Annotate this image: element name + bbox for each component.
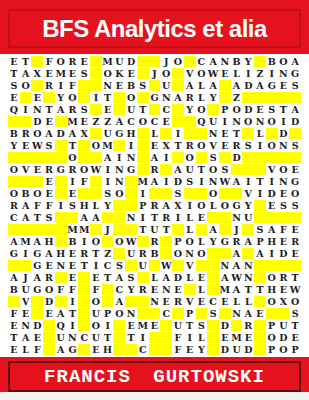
letter-cell: R (43, 80, 55, 91)
letter-cell: U (90, 332, 102, 343)
letter-cell: O (196, 68, 208, 79)
letter-cell: A (231, 284, 243, 295)
letter-cell: O (31, 188, 43, 199)
letter-cell: T (67, 140, 79, 151)
letter-cell: U (231, 344, 243, 355)
letter-cell: L (149, 128, 161, 139)
letter-cell: L (184, 212, 196, 223)
letter-cell: U (172, 320, 184, 331)
letter-cell: O (242, 116, 254, 127)
blocked-cell (219, 92, 231, 103)
blocked-cell (149, 332, 161, 343)
letter-cell: M (55, 68, 67, 79)
letter-cell: F (43, 200, 55, 211)
letter-cell: U (278, 320, 290, 331)
letter-cell: R (137, 284, 149, 295)
blocked-cell (55, 176, 67, 187)
letter-cell: I (160, 152, 172, 163)
letter-cell: E (125, 68, 137, 79)
letter-cell: E (254, 104, 266, 115)
blocked-cell (137, 92, 149, 103)
letter-cell: A (207, 224, 219, 235)
letter-cell: I (219, 116, 231, 127)
letter-cell: A (172, 92, 184, 103)
letter-cell: V (207, 140, 219, 151)
blocked-cell (196, 224, 208, 235)
letter-cell: A (20, 68, 32, 79)
letter-cell: D (278, 128, 290, 139)
letter-cell: L (196, 80, 208, 91)
letter-cell: O (90, 236, 102, 247)
blocked-cell (55, 152, 67, 163)
letter-cell: B (149, 248, 161, 259)
letter-cell: G (149, 92, 161, 103)
letter-cell: N (20, 320, 32, 331)
letter-cell: Q (196, 116, 208, 127)
letter-cell: T (160, 224, 172, 235)
blocked-cell (113, 332, 125, 343)
letter-cell: N (278, 140, 290, 151)
blocked-cell (278, 212, 290, 223)
letter-cell: O (43, 284, 55, 295)
letter-cell: I (172, 212, 184, 223)
letter-cell: O (266, 296, 278, 307)
letter-cell: L (196, 332, 208, 343)
letter-cell: O (113, 236, 125, 247)
letter-cell: F (278, 224, 290, 235)
letter-cell: O (266, 332, 278, 343)
blocked-cell (149, 80, 161, 91)
blocked-cell (149, 56, 161, 67)
letter-cell: E (219, 68, 231, 79)
letter-cell: T (43, 104, 55, 115)
letter-cell: A (149, 176, 161, 187)
letter-cell: A (20, 212, 32, 223)
blocked-cell (278, 92, 290, 103)
letter-cell: O (196, 104, 208, 115)
letter-cell: T (242, 284, 254, 295)
letter-cell: C (113, 284, 125, 295)
letter-cell: A (172, 164, 184, 175)
letter-cell: O (278, 344, 290, 355)
letter-cell: O (184, 152, 196, 163)
letter-cell: S (266, 104, 278, 115)
blocked-cell (8, 224, 20, 235)
blocked-cell (8, 152, 20, 163)
letter-cell: F (78, 176, 90, 187)
blocked-cell (113, 104, 125, 115)
letter-cell: V (184, 296, 196, 307)
letter-cell: T (231, 128, 243, 139)
letter-cell: I (20, 248, 32, 259)
letter-cell: N (242, 272, 254, 283)
letter-cell: M (137, 176, 149, 187)
letter-cell: O (172, 56, 184, 67)
letter-cell: L (207, 200, 219, 211)
blocked-cell (125, 188, 137, 199)
blocked-cell (55, 236, 67, 247)
letter-cell: Y (207, 236, 219, 247)
letter-cell: L (196, 284, 208, 295)
letter-cell: R (149, 236, 161, 247)
blocked-cell (172, 68, 184, 79)
letter-cell: I (67, 176, 79, 187)
blocked-cell (254, 212, 266, 223)
letter-cell: A (31, 272, 43, 283)
letter-cell: R (149, 164, 161, 175)
letter-cell: G (31, 260, 43, 271)
letter-cell: A (219, 272, 231, 283)
letter-cell: T (67, 308, 79, 319)
letter-cell: N (31, 104, 43, 115)
letter-cell: A (55, 344, 67, 355)
letter-cell: A (266, 224, 278, 235)
letter-cell: E (31, 164, 43, 175)
letter-cell: B (125, 80, 137, 91)
letter-cell: O (289, 296, 301, 307)
letter-cell: A (242, 308, 254, 319)
letter-cell: X (78, 128, 90, 139)
letter-cell: A (113, 272, 125, 283)
letter-cell: N (160, 92, 172, 103)
blocked-cell (160, 236, 172, 247)
letter-cell: O (113, 308, 125, 319)
blocked-cell (289, 128, 301, 139)
blocked-cell (278, 308, 290, 319)
blocked-cell (55, 212, 67, 223)
letter-cell: Q (8, 104, 20, 115)
blocked-cell (172, 104, 184, 115)
letter-cell: Y (196, 344, 208, 355)
letter-cell: T (254, 284, 266, 295)
blocked-cell (8, 176, 20, 187)
letter-cell: Z (254, 68, 266, 79)
letter-cell: T (31, 212, 43, 223)
letter-cell: C (137, 344, 149, 355)
letter-cell: M (67, 116, 79, 127)
letter-cell: E (196, 212, 208, 223)
letter-cell: T (20, 56, 32, 67)
letter-cell: E (8, 344, 20, 355)
letter-cell: O (196, 248, 208, 259)
blocked-cell (102, 236, 114, 247)
letter-cell: U (137, 260, 149, 271)
letter-cell: R (78, 248, 90, 259)
letter-cell: I (55, 200, 67, 211)
letter-cell: B (8, 284, 20, 295)
letter-cell: E (113, 80, 125, 91)
letter-cell: D (219, 320, 231, 331)
letter-cell: D (172, 176, 184, 187)
blocked-cell (78, 320, 90, 331)
blocked-cell (184, 188, 196, 199)
letter-cell: M (67, 224, 79, 235)
letter-cell: O (278, 164, 290, 175)
blocked-cell (219, 224, 231, 235)
blocked-cell (137, 296, 149, 307)
letter-cell: E (149, 140, 161, 151)
letter-cell: A (231, 176, 243, 187)
blocked-cell (78, 80, 90, 91)
letter-cell: T (278, 104, 290, 115)
book-title: BFS Analytics et alia (42, 15, 267, 43)
blocked-cell (43, 224, 55, 235)
letter-cell: E (289, 164, 301, 175)
letter-cell: O (55, 56, 67, 67)
letter-cell: I (137, 188, 149, 199)
letter-cell: Y (8, 140, 20, 151)
blocked-cell (219, 188, 231, 199)
letter-cell: U (20, 284, 32, 295)
letter-cell: F (67, 80, 79, 91)
letter-cell: N (219, 56, 231, 67)
letter-cell: F (172, 344, 184, 355)
letter-cell: J (149, 68, 161, 79)
blocked-cell (8, 116, 20, 127)
letter-cell: O (20, 80, 32, 91)
letter-cell: U (55, 332, 67, 343)
letter-cell: A (31, 236, 43, 247)
letter-cell: O (113, 188, 125, 199)
blocked-cell (137, 56, 149, 67)
letter-cell: A (67, 128, 79, 139)
letter-cell: E (90, 344, 102, 355)
letter-cell: I (90, 92, 102, 103)
blocked-cell (207, 332, 219, 343)
letter-cell: N (207, 176, 219, 187)
letter-cell: R (149, 200, 161, 211)
letter-cell: O (231, 104, 243, 115)
letter-cell: E (43, 68, 55, 79)
blocked-cell (184, 284, 196, 295)
letter-cell: A (43, 248, 55, 259)
blocked-cell (43, 344, 55, 355)
letter-cell: R (137, 248, 149, 259)
blocked-cell (55, 224, 67, 235)
letter-cell: I (137, 212, 149, 223)
puzzle-grid-area: ETFOREMUDJOCANBYBOATAXEMESOKEJOVOWELIZIN… (0, 54, 309, 357)
letter-cell: U (125, 104, 137, 115)
blocked-cell (78, 152, 90, 163)
letter-cell: C (78, 332, 90, 343)
letter-cell: M (102, 56, 114, 67)
letter-cell: S (43, 212, 55, 223)
letter-cell: G (231, 200, 243, 211)
letter-cell: D (55, 128, 67, 139)
blocked-cell (242, 248, 254, 259)
letter-cell: T (90, 248, 102, 259)
letter-cell: A (43, 128, 55, 139)
letter-cell: R (289, 236, 301, 247)
letter-cell: D (219, 344, 231, 355)
letter-cell: A (113, 296, 125, 307)
letter-cell: T (102, 92, 114, 103)
letter-cell: L (231, 296, 243, 307)
letter-cell: N (113, 164, 125, 175)
letter-cell: N (219, 260, 231, 271)
blocked-cell (207, 344, 219, 355)
letter-cell: S (207, 152, 219, 163)
blocked-cell (20, 176, 32, 187)
blocked-cell (266, 152, 278, 163)
letter-cell: E (67, 248, 79, 259)
letter-cell: E (242, 332, 254, 343)
letter-cell: C (149, 116, 161, 127)
letter-cell: N (102, 80, 114, 91)
letter-cell: E (196, 296, 208, 307)
letter-cell: R (184, 92, 196, 103)
letter-cell: O (8, 188, 20, 199)
blocked-cell (254, 296, 266, 307)
letter-cell: V (242, 188, 254, 199)
letter-cell: B (67, 236, 79, 247)
letter-cell: I (125, 140, 137, 151)
letter-cell: D (31, 116, 43, 127)
letter-cell: S (78, 68, 90, 79)
blocked-cell (113, 344, 125, 355)
blocked-cell (102, 296, 114, 307)
blocked-cell (172, 80, 184, 91)
blocked-cell (219, 308, 231, 319)
blocked-cell (137, 152, 149, 163)
letter-cell: H (55, 248, 67, 259)
blocked-cell (254, 344, 266, 355)
letter-cell: S (8, 80, 20, 91)
letter-cell: F (90, 284, 102, 295)
blocked-cell (184, 128, 196, 139)
letter-cell: I (113, 152, 125, 163)
blocked-cell (289, 260, 301, 271)
letter-cell: A (160, 272, 172, 283)
blocked-cell (137, 128, 149, 139)
letter-cell: O (266, 116, 278, 127)
letter-cell: Y (184, 104, 196, 115)
blocked-cell (55, 272, 67, 283)
blocked-cell (43, 92, 55, 103)
blocked-cell (31, 56, 43, 67)
letter-cell: T (8, 68, 20, 79)
letter-cell: R (278, 272, 290, 283)
blocked-cell (231, 164, 243, 175)
letter-cell: A (160, 200, 172, 211)
blocked-cell (196, 128, 208, 139)
letter-cell: I (67, 320, 79, 331)
letter-cell: Z (90, 116, 102, 127)
letter-cell: C (8, 212, 20, 223)
letter-cell: I (20, 104, 32, 115)
blocked-cell (43, 332, 55, 343)
letter-cell: D (231, 152, 243, 163)
blocked-cell (172, 116, 184, 127)
letter-cell: E (219, 296, 231, 307)
letter-cell: O (289, 188, 301, 199)
letter-cell: A (8, 272, 20, 283)
letter-cell: U (113, 56, 125, 67)
letter-cell: H (43, 236, 55, 247)
letter-cell: G (219, 236, 231, 247)
letter-cell: R (231, 140, 243, 151)
letter-cell: H (266, 284, 278, 295)
blocked-cell (149, 260, 161, 271)
letter-cell: M (231, 332, 243, 343)
blocked-cell (231, 320, 243, 331)
blocked-cell (219, 80, 231, 91)
letter-cell: D (278, 248, 290, 259)
letter-cell: G (125, 164, 137, 175)
letter-cell: E (67, 272, 79, 283)
letter-cell: L (196, 92, 208, 103)
letter-cell: N (125, 308, 137, 319)
letter-cell: E (43, 308, 55, 319)
letter-cell: E (8, 56, 20, 67)
blocked-cell (31, 224, 43, 235)
letter-cell: S (113, 260, 125, 271)
blocked-cell (113, 248, 125, 259)
letter-cell: I (242, 68, 254, 79)
blocked-cell (266, 92, 278, 103)
letter-cell: X (31, 68, 43, 79)
blocked-cell (78, 344, 90, 355)
letter-cell: F (31, 344, 43, 355)
letter-cell: E (43, 116, 55, 127)
letter-cell: E (184, 344, 196, 355)
letter-cell: N (242, 260, 254, 271)
letter-cell: P (172, 236, 184, 247)
letter-cell: N (125, 152, 137, 163)
letter-cell: S (102, 188, 114, 199)
letter-cell: A (254, 248, 266, 259)
letter-cell: U (102, 128, 114, 139)
letter-cell: T (8, 332, 20, 343)
letter-cell: S (289, 140, 301, 151)
letter-cell: S (172, 188, 184, 199)
letter-cell: O (196, 140, 208, 151)
letter-cell: G (289, 68, 301, 79)
letter-cell: S (207, 308, 219, 319)
letter-cell: R (20, 128, 32, 139)
letter-cell: T (137, 104, 149, 115)
letter-cell: M (78, 224, 90, 235)
letter-cell: I (137, 332, 149, 343)
blocked-cell (266, 260, 278, 271)
blocked-cell (43, 152, 55, 163)
blocked-cell (102, 284, 114, 295)
letter-cell: R (8, 200, 20, 211)
letter-cell: G (67, 344, 79, 355)
letter-cell: O (278, 56, 290, 67)
letter-cell: N (231, 116, 243, 127)
letter-cell: E (289, 248, 301, 259)
letter-cell: S (67, 200, 79, 211)
letter-cell: B (231, 56, 243, 67)
letter-cell: R (160, 212, 172, 223)
blocked-cell (90, 176, 102, 187)
blocked-cell (254, 92, 266, 103)
letter-cell: E (196, 272, 208, 283)
letter-cell: K (113, 68, 125, 79)
blocked-cell (31, 296, 43, 307)
letter-cell: T (78, 260, 90, 271)
letter-cell: D (31, 320, 43, 331)
letter-cell: E (149, 284, 161, 295)
letter-cell: O (266, 140, 278, 151)
letter-cell: I (184, 200, 196, 211)
letter-cell: N (231, 308, 243, 319)
letter-cell: W (160, 260, 172, 271)
letter-cell: F (8, 308, 20, 319)
letter-cell: N (207, 128, 219, 139)
letter-cell: T (289, 272, 301, 283)
